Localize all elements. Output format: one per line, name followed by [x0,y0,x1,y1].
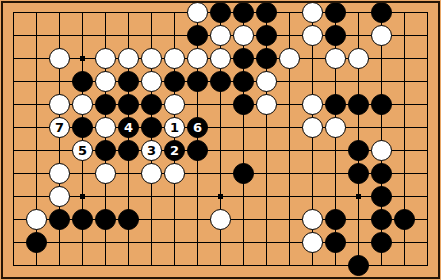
stone-black [118,209,139,230]
stone-black [118,140,139,161]
stone-black [371,163,392,184]
stone-white [210,209,231,230]
stone-black [371,232,392,253]
stone-black [210,71,231,92]
stone-black [348,255,369,276]
stone-white [302,2,323,23]
stone-white [210,48,231,69]
stone-black [233,48,254,69]
stone-black [371,2,392,23]
stone-black [325,232,346,253]
stone-white [164,94,185,115]
stone-black [95,140,116,161]
stone-white [325,48,346,69]
stone-white [233,25,254,46]
stone-black [371,186,392,207]
go-diagram: 7416532 [0,0,441,280]
stone-black [325,2,346,23]
stone-white [49,94,70,115]
stone-white [325,117,346,138]
stone-white [26,209,47,230]
stone-black [95,209,116,230]
stone-black [72,209,93,230]
stone-black [256,48,277,69]
stone-white [348,48,369,69]
stone-black [256,2,277,23]
stone-black [233,71,254,92]
stone-white [141,163,162,184]
stone-white [302,232,323,253]
star-point [80,56,85,61]
stone-white [95,163,116,184]
stone-white-move-3: 3 [141,140,162,161]
stone-white [371,25,392,46]
stone-black [348,163,369,184]
stone-black [49,209,70,230]
stone-black [233,2,254,23]
stone-white [187,48,208,69]
stone-black [325,25,346,46]
stone-black-move-4: 4 [118,117,139,138]
stone-white [95,48,116,69]
star-point [356,194,361,199]
stone-black [187,71,208,92]
grid-line-vertical [427,12,428,266]
stone-white [95,71,116,92]
stone-white [164,163,185,184]
stone-white [256,71,277,92]
stone-white [302,25,323,46]
stone-black [72,71,93,92]
stone-black [118,94,139,115]
stone-black [141,94,162,115]
stone-white [95,117,116,138]
stone-white [187,2,208,23]
stone-white [141,71,162,92]
stone-black [118,71,139,92]
stone-white [49,163,70,184]
stone-black [164,71,185,92]
stone-black [187,25,208,46]
stone-white-move-1: 1 [164,117,185,138]
star-point [80,194,85,199]
stone-black [187,140,208,161]
stone-black [325,209,346,230]
stone-black [233,163,254,184]
stone-white [49,186,70,207]
stone-white [210,25,231,46]
stone-white [72,94,93,115]
go-board-grid: 7416532 [0,0,441,280]
star-point [218,194,223,199]
stone-black [371,209,392,230]
stone-black [371,94,392,115]
stone-white [302,117,323,138]
stone-black [256,25,277,46]
stone-black [72,117,93,138]
stone-white [256,94,277,115]
stone-black [210,2,231,23]
stone-white-move-5: 5 [72,140,93,161]
stone-black-move-6: 6 [187,117,208,138]
stone-black [233,94,254,115]
stone-white [118,48,139,69]
stone-black [348,140,369,161]
stone-white [302,94,323,115]
stone-white [279,48,300,69]
stone-black [26,232,47,253]
stone-white [371,140,392,161]
stone-white [164,48,185,69]
stone-black [348,94,369,115]
stone-black [141,117,162,138]
stone-white [302,209,323,230]
stone-white [141,48,162,69]
stone-black [325,94,346,115]
grid-line-vertical [13,12,14,266]
stone-white [49,48,70,69]
stone-black [394,209,415,230]
stone-black [95,94,116,115]
stone-black-move-2: 2 [164,140,185,161]
stone-white-move-7: 7 [49,117,70,138]
